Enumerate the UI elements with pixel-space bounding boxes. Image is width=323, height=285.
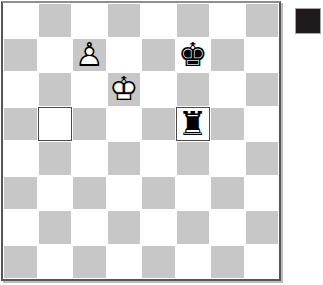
square-h2[interactable] [245,210,280,245]
square-e6[interactable] [141,72,176,107]
chess-diagram: ♟♙♚♚♔♜ [0,0,323,285]
square-c1[interactable] [72,245,107,280]
square-d6[interactable]: ♚♔ [107,72,142,107]
square-d2[interactable] [107,210,142,245]
square-c5[interactable] [72,107,107,142]
white-pawn[interactable]: ♟♙ [72,38,107,73]
square-a4[interactable] [3,141,38,176]
square-c2[interactable] [72,210,107,245]
square-b3[interactable] [38,176,73,211]
piece-outline-layer: ♔ [107,72,142,107]
square-g1[interactable] [210,245,245,280]
side-to-move-indicator [295,8,321,34]
square-h6[interactable] [245,72,280,107]
square-f5[interactable]: ♜ [176,107,211,142]
square-f2[interactable] [176,210,211,245]
square-a1[interactable] [3,245,38,280]
square-c7[interactable]: ♟♙ [72,38,107,73]
square-g7[interactable] [210,38,245,73]
square-g4[interactable] [210,141,245,176]
square-c3[interactable] [72,176,107,211]
square-c6[interactable] [72,72,107,107]
square-h7[interactable] [245,38,280,73]
black-king[interactable]: ♚ [176,38,211,73]
square-d8[interactable] [107,3,142,38]
square-f6[interactable] [176,72,211,107]
square-d5[interactable] [107,107,142,142]
square-d1[interactable] [107,245,142,280]
square-c8[interactable] [72,3,107,38]
square-e3[interactable] [141,176,176,211]
square-b2[interactable] [38,210,73,245]
square-h3[interactable] [245,176,280,211]
square-g2[interactable] [210,210,245,245]
square-e1[interactable] [141,245,176,280]
square-a3[interactable] [3,176,38,211]
square-d3[interactable] [107,176,142,211]
square-a8[interactable] [3,3,38,38]
square-h1[interactable] [245,245,280,280]
black-rook[interactable]: ♜ [176,107,211,142]
square-b5[interactable] [38,107,73,142]
square-e7[interactable] [141,38,176,73]
square-f3[interactable] [176,176,211,211]
square-h8[interactable] [245,3,280,38]
square-g3[interactable] [210,176,245,211]
square-b1[interactable] [38,245,73,280]
square-a2[interactable] [3,210,38,245]
square-e2[interactable] [141,210,176,245]
square-c4[interactable] [72,141,107,176]
square-g8[interactable] [210,3,245,38]
square-b6[interactable] [38,72,73,107]
square-f8[interactable] [176,3,211,38]
square-b8[interactable] [38,3,73,38]
square-e5[interactable] [141,107,176,142]
piece-outline-layer: ♙ [72,38,107,73]
square-h4[interactable] [245,141,280,176]
square-b4[interactable] [38,141,73,176]
square-e4[interactable] [141,141,176,176]
square-f1[interactable] [176,245,211,280]
square-h5[interactable] [245,107,280,142]
square-d4[interactable] [107,141,142,176]
square-g6[interactable] [210,72,245,107]
white-king[interactable]: ♚♔ [107,72,142,107]
square-f4[interactable] [176,141,211,176]
chess-board: ♟♙♚♚♔♜ [1,1,281,281]
square-f7[interactable]: ♚ [176,38,211,73]
square-d7[interactable] [107,38,142,73]
square-e8[interactable] [141,3,176,38]
square-a5[interactable] [3,107,38,142]
square-a6[interactable] [3,72,38,107]
square-g5[interactable] [210,107,245,142]
square-b7[interactable] [38,38,73,73]
square-a7[interactable] [3,38,38,73]
